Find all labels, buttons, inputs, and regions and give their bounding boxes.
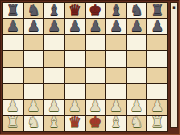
square-d8[interactable]: ♛ [65,3,85,18]
piece-white-bishop[interactable]: ♝ [47,116,60,131]
square-d3[interactable] [65,84,85,99]
piece-black-pawn[interactable]: ♟ [89,19,102,34]
square-e7[interactable]: ♟ [86,19,106,34]
square-b2[interactable]: ♟ [24,100,44,115]
square-d6[interactable] [65,35,85,50]
chess-game-window: ♜♞♝♛♚♝♞♜♟♟♟♟♟♟♟♟♟♟♟♟♟♟♟♟♜♞♝♛♚♝♞♜ ▪ [0,0,180,135]
piece-white-knight[interactable]: ♞ [130,116,143,131]
square-a7[interactable]: ♟ [3,19,23,34]
square-h8[interactable]: ♜ [147,3,167,18]
square-e3[interactable] [86,84,106,99]
square-e6[interactable] [86,35,106,50]
piece-black-pawn[interactable]: ♟ [150,19,163,34]
square-a2[interactable]: ♟ [3,100,23,115]
square-h6[interactable] [147,35,167,50]
piece-black-knight[interactable]: ♞ [130,3,143,18]
square-b3[interactable] [24,84,44,99]
square-g1[interactable]: ♞ [127,116,147,131]
piece-black-pawn[interactable]: ♟ [27,19,40,34]
square-g6[interactable] [127,35,147,50]
square-h3[interactable] [147,84,167,99]
square-g4[interactable] [127,68,147,83]
square-c7[interactable]: ♟ [44,19,64,34]
piece-white-pawn[interactable]: ♟ [6,100,19,115]
side-panel: ▪ [170,2,178,128]
piece-black-pawn[interactable]: ♟ [130,19,143,34]
square-b7[interactable]: ♟ [24,19,44,34]
square-h1[interactable]: ♜ [147,116,167,131]
piece-black-queen[interactable]: ♛ [68,3,81,18]
square-h2[interactable]: ♟ [147,100,167,115]
square-f4[interactable] [106,68,126,83]
square-c1[interactable]: ♝ [44,116,64,131]
square-d5[interactable] [65,51,85,66]
piece-black-pawn[interactable]: ♟ [47,19,60,34]
piece-black-king[interactable]: ♚ [89,3,102,18]
square-a5[interactable] [3,51,23,66]
square-h7[interactable]: ♟ [147,19,167,34]
square-f5[interactable] [106,51,126,66]
piece-black-pawn[interactable]: ♟ [109,19,122,34]
piece-white-knight[interactable]: ♞ [27,116,40,131]
piece-black-bishop[interactable]: ♝ [109,3,122,18]
square-c3[interactable] [44,84,64,99]
piece-white-rook[interactable]: ♜ [150,116,163,131]
square-c6[interactable] [44,35,64,50]
square-g2[interactable]: ♟ [127,100,147,115]
square-c8[interactable]: ♝ [44,3,64,18]
piece-black-bishop[interactable]: ♝ [47,3,60,18]
square-d2[interactable]: ♟ [65,100,85,115]
square-e4[interactable] [86,68,106,83]
piece-black-pawn[interactable]: ♟ [68,19,81,34]
piece-black-pawn[interactable]: ♟ [6,19,19,34]
piece-white-queen[interactable]: ♛ [68,116,81,131]
square-c2[interactable]: ♟ [44,100,64,115]
square-f2[interactable]: ♟ [106,100,126,115]
square-b5[interactable] [24,51,44,66]
piece-black-rook[interactable]: ♜ [6,3,19,18]
square-d1[interactable]: ♛ [65,116,85,131]
piece-white-pawn[interactable]: ♟ [27,100,40,115]
square-h5[interactable] [147,51,167,66]
square-b6[interactable] [24,35,44,50]
piece-white-pawn[interactable]: ♟ [130,100,143,115]
square-g3[interactable] [127,84,147,99]
piece-black-rook[interactable]: ♜ [150,3,163,18]
square-a3[interactable] [3,84,23,99]
piece-white-pawn[interactable]: ♟ [47,100,60,115]
square-b4[interactable] [24,68,44,83]
square-h4[interactable] [147,68,167,83]
square-e8[interactable]: ♚ [86,3,106,18]
square-g7[interactable]: ♟ [127,19,147,34]
square-c5[interactable] [44,51,64,66]
square-e1[interactable]: ♚ [86,116,106,131]
piece-white-pawn[interactable]: ♟ [89,100,102,115]
chess-board: ♜♞♝♛♚♝♞♜♟♟♟♟♟♟♟♟♟♟♟♟♟♟♟♟♜♞♝♛♚♝♞♜ [2,2,168,132]
square-f8[interactable]: ♝ [106,3,126,18]
square-a8[interactable]: ♜ [3,3,23,18]
piece-white-pawn[interactable]: ♟ [109,100,122,115]
piece-white-pawn[interactable]: ♟ [150,100,163,115]
square-f3[interactable] [106,84,126,99]
square-b8[interactable]: ♞ [24,3,44,18]
square-d7[interactable]: ♟ [65,19,85,34]
square-f7[interactable]: ♟ [106,19,126,34]
square-a6[interactable] [3,35,23,50]
square-e5[interactable] [86,51,106,66]
piece-white-pawn[interactable]: ♟ [68,100,81,115]
piece-white-rook[interactable]: ♜ [6,116,19,131]
square-g5[interactable] [127,51,147,66]
square-g8[interactable]: ♞ [127,3,147,18]
piece-white-king[interactable]: ♚ [89,116,102,131]
square-b1[interactable]: ♞ [24,116,44,131]
panel-marker-icon: ▪ [172,5,176,10]
square-f6[interactable] [106,35,126,50]
square-f1[interactable]: ♝ [106,116,126,131]
square-c4[interactable] [44,68,64,83]
square-a4[interactable] [3,68,23,83]
piece-white-bishop[interactable]: ♝ [109,116,122,131]
square-e2[interactable]: ♟ [86,100,106,115]
piece-black-knight[interactable]: ♞ [27,3,40,18]
square-a1[interactable]: ♜ [3,116,23,131]
square-d4[interactable] [65,68,85,83]
